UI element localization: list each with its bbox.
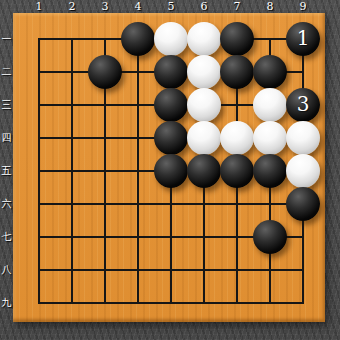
white-stone [154,22,188,56]
black-stone [154,55,188,89]
black-stone [286,187,320,221]
white-stone [187,88,221,122]
column-label: 3 [96,0,114,13]
column-label: 1 [30,0,48,13]
black-stone [253,55,287,89]
row-label: 三 [0,99,13,111]
white-stone [286,154,320,188]
row-label: 五 [0,165,13,177]
black-stone [253,220,287,254]
column-label: 8 [261,0,279,13]
white-stone [253,121,287,155]
black-stone [220,154,254,188]
numbered-black-stone: 1 [286,22,320,56]
black-stone [253,154,287,188]
black-stone [220,55,254,89]
numbered-black-stone: 3 [286,88,320,122]
row-label: 四 [0,132,13,144]
go-diagram: 123456789 一二三四五六七八九 13 [0,0,340,340]
black-stone [154,154,188,188]
white-stone [187,55,221,89]
move-number-label: 3 [286,88,320,122]
white-stone [220,121,254,155]
row-label: 二 [0,66,13,78]
row-label: 八 [0,264,13,276]
column-label: 2 [63,0,81,13]
black-stone [88,55,122,89]
black-stone [154,88,188,122]
column-label: 5 [162,0,180,13]
black-stone [220,22,254,56]
black-stone [187,154,221,188]
column-label: 9 [294,0,312,13]
row-label: 一 [0,33,13,45]
move-number-label: 1 [286,22,320,56]
column-label: 7 [228,0,246,13]
row-label: 六 [0,198,13,210]
row-label: 七 [0,231,13,243]
grid-line-horizontal [38,269,304,271]
white-stone [187,22,221,56]
white-stone [187,121,221,155]
column-label: 6 [195,0,213,13]
grid-line-horizontal [38,203,304,205]
black-stone [121,22,155,56]
white-stone [286,121,320,155]
black-stone [154,121,188,155]
white-stone [253,88,287,122]
grid-line-horizontal [38,302,304,304]
column-label: 4 [129,0,147,13]
row-label: 九 [0,297,13,309]
